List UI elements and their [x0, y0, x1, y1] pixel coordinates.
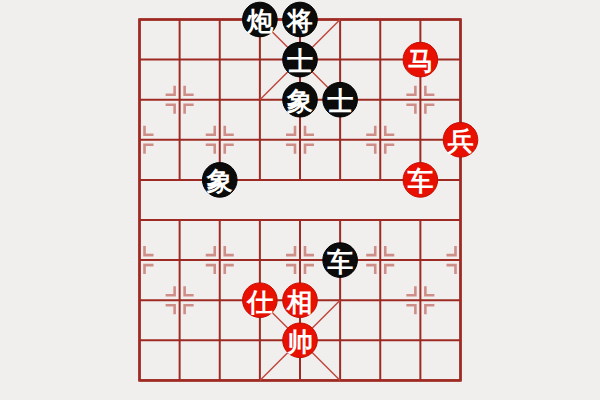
- piece-red-horse[interactable]: 马: [403, 42, 438, 77]
- board-svg: 炮将士象士象车马兵车仕相帅: [0, 0, 600, 400]
- piece-black-elephant[interactable]: 象: [283, 82, 318, 117]
- app-background: 炮将士象士象车马兵车仕相帅: [0, 0, 600, 400]
- piece-red-advisor[interactable]: 仕: [243, 283, 278, 318]
- piece-black-general[interactable]: 将: [283, 2, 318, 37]
- xiangqi-board[interactable]: 炮将士象士象车马兵车仕相帅: [0, 0, 600, 400]
- piece-red-elephant[interactable]: 相: [283, 283, 318, 318]
- piece-red-soldier[interactable]: 兵: [443, 123, 478, 158]
- piece-red-chariot[interactable]: 车: [403, 163, 438, 198]
- piece-black-advisor[interactable]: 士: [283, 42, 318, 77]
- piece-black-elephant[interactable]: 象: [202, 163, 237, 198]
- piece-black-cannon[interactable]: 炮: [243, 2, 278, 37]
- piece-black-advisor[interactable]: 士: [323, 82, 358, 117]
- piece-red-general[interactable]: 帅: [283, 323, 318, 358]
- piece-black-chariot[interactable]: 车: [323, 243, 358, 278]
